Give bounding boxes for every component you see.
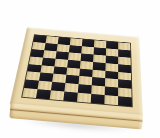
box-lid-top	[9, 27, 142, 117]
checkerboard	[21, 34, 133, 107]
square-c1	[50, 90, 65, 100]
square-e1	[77, 93, 91, 103]
wooden-game-box	[8, 5, 151, 129]
square-f1	[91, 94, 105, 104]
product-photo	[0, 0, 160, 138]
square-g1	[104, 95, 118, 105]
square-h1	[118, 96, 132, 106]
square-d1	[63, 92, 77, 102]
square-b1	[36, 89, 51, 99]
